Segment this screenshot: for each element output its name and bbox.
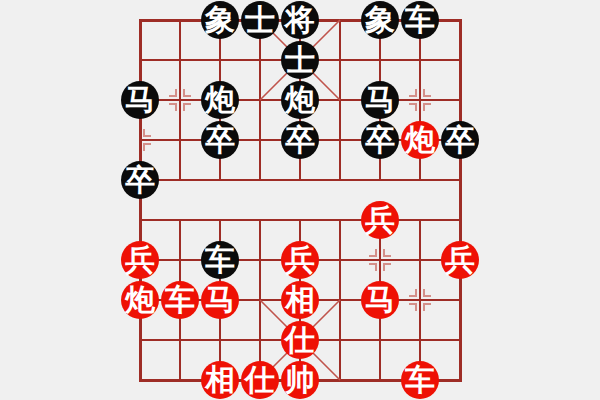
piece-red-soldier[interactable]: 兵 <box>281 241 319 279</box>
xiangqi-app: 象士将象车士马炮炮马卒卒卒卒卒车炮兵兵兵兵炮车马相马仕相仕帅车 <box>0 0 600 400</box>
piece-black-soldier[interactable]: 卒 <box>201 121 239 159</box>
piece-black-chariot[interactable]: 车 <box>201 241 239 279</box>
piece-black-horse[interactable]: 马 <box>361 81 399 119</box>
piece-red-elephant[interactable]: 相 <box>281 281 319 319</box>
piece-red-advisor[interactable]: 仕 <box>241 361 279 399</box>
piece-black-elephant[interactable]: 象 <box>361 1 399 39</box>
board-pieces: 象士将象车士马炮炮马卒卒卒卒卒车炮兵兵兵兵炮车马相马仕相仕帅车 <box>0 0 600 400</box>
piece-black-chariot[interactable]: 车 <box>401 1 439 39</box>
piece-black-cannon[interactable]: 炮 <box>281 81 319 119</box>
piece-black-general[interactable]: 将 <box>281 1 319 39</box>
piece-black-soldier[interactable]: 卒 <box>361 121 399 159</box>
piece-black-horse[interactable]: 马 <box>121 81 159 119</box>
piece-red-elephant[interactable]: 相 <box>201 361 239 399</box>
piece-black-cannon[interactable]: 炮 <box>201 81 239 119</box>
piece-red-general[interactable]: 帅 <box>281 361 319 399</box>
piece-red-cannon[interactable]: 炮 <box>401 121 439 159</box>
piece-red-horse[interactable]: 马 <box>201 281 239 319</box>
piece-red-soldier[interactable]: 兵 <box>441 241 479 279</box>
piece-red-advisor[interactable]: 仕 <box>281 321 319 359</box>
piece-black-soldier[interactable]: 卒 <box>441 121 479 159</box>
piece-black-soldier[interactable]: 卒 <box>121 161 159 199</box>
piece-red-chariot[interactable]: 车 <box>401 361 439 399</box>
piece-red-horse[interactable]: 马 <box>361 281 399 319</box>
piece-red-soldier[interactable]: 兵 <box>361 201 399 239</box>
piece-black-advisor[interactable]: 士 <box>241 1 279 39</box>
piece-black-soldier[interactable]: 卒 <box>281 121 319 159</box>
piece-black-elephant[interactable]: 象 <box>201 1 239 39</box>
piece-red-cannon[interactable]: 炮 <box>121 281 159 319</box>
piece-black-advisor[interactable]: 士 <box>281 41 319 79</box>
piece-red-chariot[interactable]: 车 <box>161 281 199 319</box>
piece-red-soldier[interactable]: 兵 <box>121 241 159 279</box>
